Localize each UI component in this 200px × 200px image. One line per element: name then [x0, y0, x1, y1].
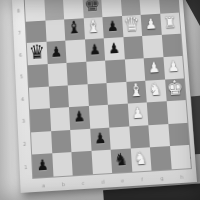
square-h1[interactable]	[170, 145, 191, 169]
square-c4[interactable]	[68, 84, 89, 107]
square-b4[interactable]	[48, 85, 69, 109]
file-label-g: g	[152, 174, 172, 181]
square-c6[interactable]	[65, 40, 86, 63]
white-bishop-piece[interactable]: ♝	[128, 81, 143, 100]
square-g3[interactable]	[147, 101, 168, 125]
square-d1[interactable]	[91, 150, 112, 174]
square-e3[interactable]	[108, 104, 129, 128]
file-label-e: e	[112, 176, 132, 183]
white-king-piece[interactable]: ♚	[166, 77, 184, 98]
square-h6[interactable]	[161, 34, 182, 57]
square-d6[interactable]: ♟	[85, 39, 106, 62]
black-bishop-piece[interactable]: ♝	[67, 19, 82, 37]
rank-label-1: 1	[23, 155, 27, 178]
square-e1[interactable]: ♞	[111, 149, 132, 173]
file-label-a: a	[33, 181, 53, 188]
square-d7[interactable]: ♝	[83, 17, 103, 40]
black-pawn-piece[interactable]: ♟	[94, 130, 107, 145]
square-d4[interactable]	[87, 83, 108, 106]
square-e2[interactable]	[109, 126, 130, 150]
chess-board: ♚♝♝♟♛♟♜♛♟♟♟♟♟♝♞♚♟♟♟♟♞♞ abcdefgh 87654321…	[12, 0, 197, 193]
square-f4[interactable]: ♝	[126, 80, 147, 103]
square-e4[interactable]	[106, 81, 127, 104]
square-a8[interactable]	[25, 0, 45, 21]
rank-label-2: 2	[22, 132, 26, 155]
rank-label-8: 8	[16, 0, 20, 22]
square-h3[interactable]	[166, 100, 187, 124]
black-pawn-piece[interactable]: ♟	[73, 109, 85, 124]
square-b5[interactable]	[47, 63, 68, 86]
square-f7[interactable]: ♛	[122, 15, 143, 38]
square-e7[interactable]: ♟	[102, 16, 123, 39]
square-c7[interactable]: ♝	[64, 18, 84, 41]
white-pawn-piece[interactable]: ♟	[148, 60, 161, 75]
square-g8[interactable]	[139, 0, 160, 15]
square-g1[interactable]	[150, 146, 171, 170]
square-b8[interactable]	[44, 0, 64, 20]
black-pawn-piece[interactable]: ♟	[106, 19, 118, 34]
square-c5[interactable]	[67, 62, 88, 85]
white-knight-piece[interactable]: ♞	[133, 149, 148, 167]
square-e6[interactable]: ♟	[104, 37, 125, 60]
square-b7[interactable]	[45, 19, 65, 42]
white-knight-piece[interactable]: ♞	[148, 81, 163, 98]
square-h7[interactable]: ♜	[160, 12, 181, 35]
square-e5[interactable]	[105, 59, 126, 82]
black-queen-piece[interactable]: ♛	[28, 42, 45, 63]
square-f2[interactable]	[129, 125, 150, 149]
rank-label-3: 3	[21, 110, 25, 133]
rank-label-6: 6	[18, 43, 22, 65]
board-grid: ♚♝♝♟♛♟♜♛♟♟♟♟♟♝♞♚♟♟♟♟♞♞	[25, 0, 191, 178]
rank-label-4: 4	[20, 88, 24, 111]
white-pawn-piece[interactable]: ♟	[131, 105, 144, 120]
white-pawn-piece[interactable]: ♟	[145, 16, 157, 31]
square-f3[interactable]: ♟	[127, 103, 148, 127]
white-pawn-piece[interactable]: ♟	[167, 59, 180, 74]
black-king-piece[interactable]: ♚	[84, 0, 101, 15]
square-c1[interactable]	[71, 151, 92, 175]
square-g4[interactable]: ♞	[145, 79, 166, 102]
square-e8[interactable]	[101, 0, 121, 17]
square-b3[interactable]	[49, 107, 70, 131]
square-c3[interactable]: ♟	[69, 106, 90, 130]
white-rook-piece[interactable]: ♜	[163, 14, 176, 30]
black-knight-piece[interactable]: ♞	[114, 150, 129, 168]
square-d5[interactable]	[86, 60, 107, 83]
square-a6[interactable]: ♛	[27, 42, 47, 65]
square-c2[interactable]	[70, 129, 91, 153]
square-f5[interactable]	[124, 58, 145, 81]
black-pawn-piece[interactable]: ♟	[108, 40, 120, 55]
black-pawn-piece[interactable]: ♟	[89, 41, 101, 56]
file-label-d: d	[93, 178, 113, 185]
square-f1[interactable]: ♞	[130, 148, 151, 172]
square-a3[interactable]	[30, 108, 51, 132]
square-a1[interactable]: ♟	[32, 154, 53, 178]
file-label-c: c	[73, 179, 93, 186]
black-pawn-piece[interactable]: ♟	[36, 157, 48, 172]
square-b2[interactable]	[51, 130, 72, 154]
file-label-f: f	[132, 175, 152, 182]
white-queen-piece[interactable]: ♛	[123, 14, 140, 34]
square-a5[interactable]	[28, 64, 48, 87]
square-a2[interactable]	[31, 131, 52, 155]
square-h4[interactable]: ♚	[165, 78, 186, 101]
white-bishop-piece[interactable]: ♝	[86, 18, 101, 36]
square-a4[interactable]	[29, 86, 50, 110]
rank-label-5: 5	[19, 65, 23, 87]
square-g6[interactable]	[142, 35, 163, 58]
file-label-b: b	[53, 180, 73, 187]
rank-label-7: 7	[17, 22, 21, 44]
file-label-h: h	[172, 173, 192, 180]
square-g7[interactable]: ♟	[141, 13, 162, 36]
square-g2[interactable]	[148, 124, 169, 148]
square-d3[interactable]	[88, 105, 109, 129]
square-b6[interactable]: ♟	[46, 41, 66, 64]
square-h2[interactable]	[168, 123, 189, 147]
photo-frame: ♚♝♝♟♛♟♜♛♟♟♟♟♟♝♞♚♟♟♟♟♞♞ abcdefgh 87654321…	[0, 0, 200, 200]
black-pawn-piece[interactable]: ♟	[50, 44, 62, 59]
square-b1[interactable]	[52, 152, 73, 176]
square-g5[interactable]: ♟	[144, 57, 165, 80]
square-f6[interactable]	[123, 36, 144, 59]
square-d2[interactable]: ♟	[90, 127, 111, 151]
